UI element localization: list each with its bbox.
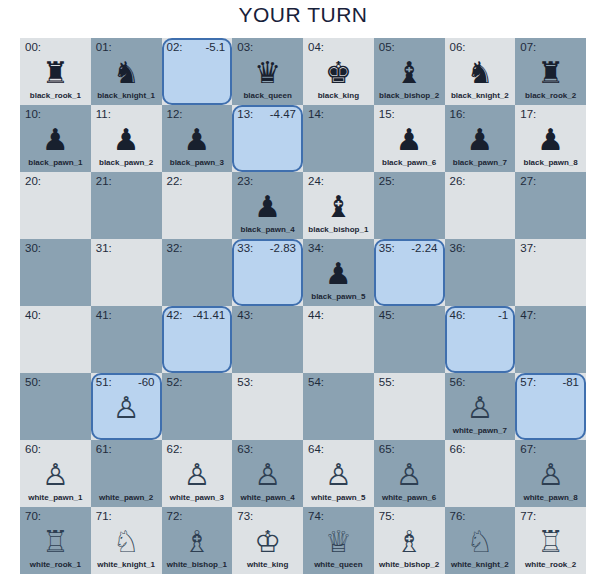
piece-label xyxy=(20,359,91,373)
piece-label: white_pawn_2 xyxy=(91,493,162,507)
square-coordinate: 50: xyxy=(25,376,41,389)
white_knight_1-piece-icon: ♘ xyxy=(113,527,140,557)
piece-label xyxy=(445,493,516,507)
square-coordinate: 57: xyxy=(520,376,536,389)
piece-label xyxy=(445,359,516,373)
square-coordinate: 66: xyxy=(450,443,466,456)
piece-label: black_pawn_2 xyxy=(91,158,162,172)
square-coordinate: 54: xyxy=(308,376,324,389)
square-30[interactable]: 30: xyxy=(20,239,91,306)
square-54[interactable]: 54: xyxy=(303,373,374,440)
move-value: -41.41 xyxy=(193,309,226,322)
square-coordinate: 24: xyxy=(308,175,324,188)
black_pawn_2-piece-icon: ♟ xyxy=(113,125,140,155)
black_pawn_3-piece-icon: ♟ xyxy=(183,125,210,155)
square-coordinate: 77: xyxy=(520,510,536,523)
piece-label xyxy=(303,426,374,440)
square-35[interactable]: 35:-2.24 xyxy=(374,239,445,306)
square-coordinate: 44: xyxy=(308,309,324,322)
square-13[interactable]: 13:-4.47 xyxy=(232,105,303,172)
square-22[interactable]: 22: xyxy=(162,172,233,239)
square-coordinate: 25: xyxy=(379,175,395,188)
piece-label xyxy=(162,225,233,239)
piece-label: white_knight_1 xyxy=(91,560,162,574)
square-43[interactable]: 43: xyxy=(232,306,303,373)
square-55[interactable]: 55: xyxy=(374,373,445,440)
piece-label xyxy=(515,359,586,373)
square-coordinate: 06: xyxy=(450,41,466,54)
square-coordinate: 65: xyxy=(379,443,395,456)
piece-label: white_rook_2 xyxy=(515,560,586,574)
square-63[interactable]: 63:♙white_pawn_4 xyxy=(232,440,303,507)
black_bishop_2-piece-icon: ♝ xyxy=(396,58,423,88)
piece-label xyxy=(232,292,303,306)
square-73[interactable]: 73:♔white_king xyxy=(232,507,303,574)
piece-label xyxy=(232,158,303,172)
piece-label xyxy=(91,426,162,440)
square-coordinate: 51: xyxy=(96,376,112,389)
move-value: -5.1 xyxy=(205,41,225,54)
square-01[interactable]: 01:♞black_knight_1 xyxy=(91,38,162,105)
piece-label: black_rook_2 xyxy=(515,91,586,105)
square-coordinate: 72: xyxy=(167,510,183,523)
square-56[interactable]: 56:♙white_pawn_7 xyxy=(445,373,516,440)
move-value: -2.83 xyxy=(270,242,296,255)
square-77[interactable]: 77:♖white_rook_2 xyxy=(515,507,586,574)
square-04[interactable]: 04:♚black_king xyxy=(303,38,374,105)
square-70[interactable]: 70:♖white_rook_1 xyxy=(20,507,91,574)
piece-label xyxy=(303,158,374,172)
square-coordinate: 34: xyxy=(308,242,324,255)
piece-label xyxy=(232,426,303,440)
square-coordinate: 63: xyxy=(237,443,253,456)
white_queen-piece-icon: ♕ xyxy=(325,527,352,557)
square-coordinate: 76: xyxy=(450,510,466,523)
square-coordinate: 27: xyxy=(520,175,536,188)
square-coordinate: 61: xyxy=(96,443,112,456)
piece-label: black_knight_2 xyxy=(445,91,516,105)
white_pawn_7-piece-icon: ♙ xyxy=(466,393,493,423)
square-coordinate: 52: xyxy=(167,376,183,389)
square-coordinate: 42: xyxy=(167,309,183,322)
square-53[interactable]: 53: xyxy=(232,373,303,440)
move-value: -4.47 xyxy=(270,108,296,121)
square-coordinate: 41: xyxy=(96,309,112,322)
piece-label: white_pawn_5 xyxy=(303,493,374,507)
white_king-piece-icon: ♔ xyxy=(254,527,281,557)
square-21[interactable]: 21: xyxy=(91,172,162,239)
square-coordinate: 30: xyxy=(25,242,41,255)
square-23[interactable]: 23:♟black_pawn_4 xyxy=(232,172,303,239)
square-20[interactable]: 20: xyxy=(20,172,91,239)
square-45[interactable]: 45: xyxy=(374,306,445,373)
square-57[interactable]: 57:-81 xyxy=(515,373,586,440)
square-65[interactable]: 65:♙white_pawn_6 xyxy=(374,440,445,507)
white_pawn_5-piece-icon: ♙ xyxy=(325,460,352,490)
piece-label xyxy=(162,292,233,306)
black_bishop_1-piece-icon: ♝ xyxy=(325,192,352,222)
square-coordinate: 36: xyxy=(450,242,466,255)
piece-label: black_rook_1 xyxy=(20,91,91,105)
white_pawn_1-piece-icon: ♙ xyxy=(42,460,69,490)
square-coordinate: 55: xyxy=(379,376,395,389)
piece-label: white_pawn_3 xyxy=(162,493,233,507)
square-07[interactable]: 07:♜black_rook_2 xyxy=(515,38,586,105)
square-50[interactable]: 50: xyxy=(20,373,91,440)
white_pawn_6-piece-icon: ♙ xyxy=(396,460,423,490)
square-coordinate: 01: xyxy=(96,41,112,54)
square-coordinate: 45: xyxy=(379,309,395,322)
black_knight_1-piece-icon: ♞ xyxy=(113,58,140,88)
square-67[interactable]: 67:♙white_pawn_8 xyxy=(515,440,586,507)
square-17[interactable]: 17:♟black_pawn_8 xyxy=(515,105,586,172)
white_pawn-piece-icon: ♙ xyxy=(113,393,140,423)
square-coordinate: 53: xyxy=(237,376,253,389)
square-02[interactable]: 02:-5.1 xyxy=(162,38,233,105)
square-76[interactable]: 76:♘white_knight_2 xyxy=(445,507,516,574)
square-coordinate: 37: xyxy=(520,242,536,255)
piece-label xyxy=(91,292,162,306)
piece-label: white_bishop_2 xyxy=(374,560,445,574)
square-51[interactable]: 51:-60♙ xyxy=(91,373,162,440)
piece-label: black_pawn_6 xyxy=(374,158,445,172)
square-00[interactable]: 00:♜black_rook_1 xyxy=(20,38,91,105)
square-31[interactable]: 31: xyxy=(91,239,162,306)
square-coordinate: 15: xyxy=(379,108,395,121)
piece-label: black_pawn_8 xyxy=(515,158,586,172)
square-24[interactable]: 24:♝black_bishop_1 xyxy=(303,172,374,239)
piece-label: black_bishop_1 xyxy=(303,225,374,239)
square-26[interactable]: 26: xyxy=(445,172,516,239)
square-36[interactable]: 36: xyxy=(445,239,516,306)
piece-label: white_pawn_1 xyxy=(20,493,91,507)
square-75[interactable]: 75:♗white_bishop_2 xyxy=(374,507,445,574)
square-coordinate: 71: xyxy=(96,510,112,523)
piece-label: white_pawn_7 xyxy=(445,426,516,440)
square-coordinate: 75: xyxy=(379,510,395,523)
square-41[interactable]: 41: xyxy=(91,306,162,373)
square-coordinate: 14: xyxy=(308,108,324,121)
square-16[interactable]: 16:♟black_pawn_7 xyxy=(445,105,516,172)
piece-label xyxy=(91,359,162,373)
piece-label xyxy=(162,426,233,440)
square-46[interactable]: 46:-1 xyxy=(445,306,516,373)
square-74[interactable]: 74:♕white_queen xyxy=(303,507,374,574)
white_pawn_8-piece-icon: ♙ xyxy=(537,460,564,490)
piece-label: black_queen xyxy=(232,91,303,105)
move-value: -60 xyxy=(138,376,155,389)
black_pawn_7-piece-icon: ♟ xyxy=(466,125,493,155)
square-coordinate: 20: xyxy=(25,175,41,188)
square-coordinate: 64: xyxy=(308,443,324,456)
piece-label xyxy=(162,359,233,373)
square-33[interactable]: 33:-2.83 xyxy=(232,239,303,306)
piece-label: white_queen xyxy=(303,560,374,574)
square-coordinate: 31: xyxy=(96,242,112,255)
square-10[interactable]: 10:♟black_pawn_1 xyxy=(20,105,91,172)
square-15[interactable]: 15:♟black_pawn_6 xyxy=(374,105,445,172)
square-coordinate: 22: xyxy=(167,175,183,188)
white_rook_2-piece-icon: ♖ xyxy=(537,527,564,557)
piece-label: white_pawn_8 xyxy=(515,493,586,507)
square-12[interactable]: 12:♟black_pawn_3 xyxy=(162,105,233,172)
square-coordinate: 07: xyxy=(520,41,536,54)
white_knight_2-piece-icon: ♘ xyxy=(466,527,493,557)
white_rook_1-piece-icon: ♖ xyxy=(42,527,69,557)
piece-label: white_pawn_6 xyxy=(374,493,445,507)
piece-label: white_pawn_4 xyxy=(232,493,303,507)
square-coordinate: 12: xyxy=(167,108,183,121)
square-coordinate: 47: xyxy=(520,309,536,322)
square-06[interactable]: 06:♞black_knight_2 xyxy=(445,38,516,105)
square-coordinate: 26: xyxy=(450,175,466,188)
square-47[interactable]: 47: xyxy=(515,306,586,373)
square-coordinate: 11: xyxy=(96,108,111,121)
piece-label xyxy=(515,225,586,239)
square-coordinate: 23: xyxy=(237,175,253,188)
piece-label xyxy=(445,225,516,239)
square-71[interactable]: 71:♘white_knight_1 xyxy=(91,507,162,574)
square-11[interactable]: 11:♟black_pawn_2 xyxy=(91,105,162,172)
black_rook_2-piece-icon: ♜ xyxy=(537,58,564,88)
square-42[interactable]: 42:-41.41 xyxy=(162,306,233,373)
square-coordinate: 17: xyxy=(520,108,536,121)
piece-label: black_pawn_4 xyxy=(232,225,303,239)
piece-label: black_king xyxy=(303,91,374,105)
square-coordinate: 02: xyxy=(167,41,183,54)
turn-indicator-title: YOUR TURN xyxy=(0,3,606,27)
piece-label xyxy=(374,225,445,239)
square-27[interactable]: 27: xyxy=(515,172,586,239)
piece-label xyxy=(232,359,303,373)
square-coordinate: 04: xyxy=(308,41,324,54)
square-coordinate: 73: xyxy=(237,510,253,523)
square-72[interactable]: 72:♗white_bishop_1 xyxy=(162,507,233,574)
piece-label xyxy=(374,292,445,306)
piece-label xyxy=(20,225,91,239)
square-coordinate: 00: xyxy=(25,41,41,54)
square-coordinate: 67: xyxy=(520,443,536,456)
piece-label: black_bishop_2 xyxy=(374,91,445,105)
square-coordinate: 35: xyxy=(379,242,395,255)
move-value: -2.24 xyxy=(411,242,437,255)
square-03[interactable]: 03:♛black_queen xyxy=(232,38,303,105)
chess-board: 00:♜black_rook_101:♞black_knight_102:-5.… xyxy=(20,38,586,574)
piece-label: white_king xyxy=(232,560,303,574)
square-coordinate: 74: xyxy=(308,510,324,523)
piece-label: white_knight_2 xyxy=(445,560,516,574)
square-37[interactable]: 37: xyxy=(515,239,586,306)
square-34[interactable]: 34:♟black_pawn_5 xyxy=(303,239,374,306)
square-coordinate: 16: xyxy=(450,108,466,121)
piece-label: black_pawn_7 xyxy=(445,158,516,172)
square-coordinate: 10: xyxy=(25,108,41,121)
square-coordinate: 03: xyxy=(237,41,253,54)
black_king-piece-icon: ♚ xyxy=(325,58,352,88)
black_pawn_5-piece-icon: ♟ xyxy=(325,259,352,289)
square-05[interactable]: 05:♝black_bishop_2 xyxy=(374,38,445,105)
square-25[interactable]: 25: xyxy=(374,172,445,239)
black_pawn_8-piece-icon: ♟ xyxy=(537,125,564,155)
square-coordinate: 62: xyxy=(167,443,183,456)
piece-label: black_pawn_5 xyxy=(303,292,374,306)
square-coordinate: 40: xyxy=(25,309,41,322)
black_rook_1-piece-icon: ♜ xyxy=(42,58,69,88)
black_queen-piece-icon: ♛ xyxy=(254,58,281,88)
square-coordinate: 32: xyxy=(167,242,183,255)
white_pawn_3-piece-icon: ♙ xyxy=(183,460,210,490)
square-66[interactable]: 66: xyxy=(445,440,516,507)
piece-label xyxy=(91,225,162,239)
square-60[interactable]: 60:♙white_pawn_1 xyxy=(20,440,91,507)
square-61[interactable]: 61:white_pawn_2 xyxy=(91,440,162,507)
square-coordinate: 13: xyxy=(237,108,253,121)
square-coordinate: 70: xyxy=(25,510,41,523)
black_pawn_4-piece-icon: ♟ xyxy=(254,192,281,222)
piece-label: black_pawn_1 xyxy=(20,158,91,172)
square-coordinate: 56: xyxy=(450,376,466,389)
square-coordinate: 33: xyxy=(237,242,253,255)
piece-label: white_rook_1 xyxy=(20,560,91,574)
black_pawn_6-piece-icon: ♟ xyxy=(396,125,423,155)
piece-label xyxy=(515,426,586,440)
piece-label: black_pawn_3 xyxy=(162,158,233,172)
square-14[interactable]: 14: xyxy=(303,105,374,172)
white_bishop_1-piece-icon: ♗ xyxy=(183,527,210,557)
black_pawn_1-piece-icon: ♟ xyxy=(42,125,69,155)
piece-label: white_bishop_1 xyxy=(162,560,233,574)
square-52[interactable]: 52: xyxy=(162,373,233,440)
white_pawn_4-piece-icon: ♙ xyxy=(254,460,281,490)
piece-label: black_knight_1 xyxy=(91,91,162,105)
square-40[interactable]: 40: xyxy=(20,306,91,373)
black_knight_2-piece-icon: ♞ xyxy=(466,58,493,88)
piece-label xyxy=(374,426,445,440)
move-value: -1 xyxy=(498,309,508,322)
piece-label xyxy=(20,426,91,440)
piece-label xyxy=(162,91,233,105)
square-44[interactable]: 44: xyxy=(303,306,374,373)
piece-label xyxy=(303,359,374,373)
piece-label xyxy=(445,292,516,306)
square-coordinate: 05: xyxy=(379,41,395,54)
square-coordinate: 46: xyxy=(450,309,466,322)
piece-label xyxy=(374,359,445,373)
white_bishop_2-piece-icon: ♗ xyxy=(396,527,423,557)
move-value: -81 xyxy=(562,376,579,389)
piece-label xyxy=(515,292,586,306)
piece-label xyxy=(20,292,91,306)
square-32[interactable]: 32: xyxy=(162,239,233,306)
square-coordinate: 43: xyxy=(237,309,253,322)
square-62[interactable]: 62:♙white_pawn_3 xyxy=(162,440,233,507)
square-coordinate: 60: xyxy=(25,443,41,456)
square-64[interactable]: 64:♙white_pawn_5 xyxy=(303,440,374,507)
square-coordinate: 21: xyxy=(96,175,112,188)
